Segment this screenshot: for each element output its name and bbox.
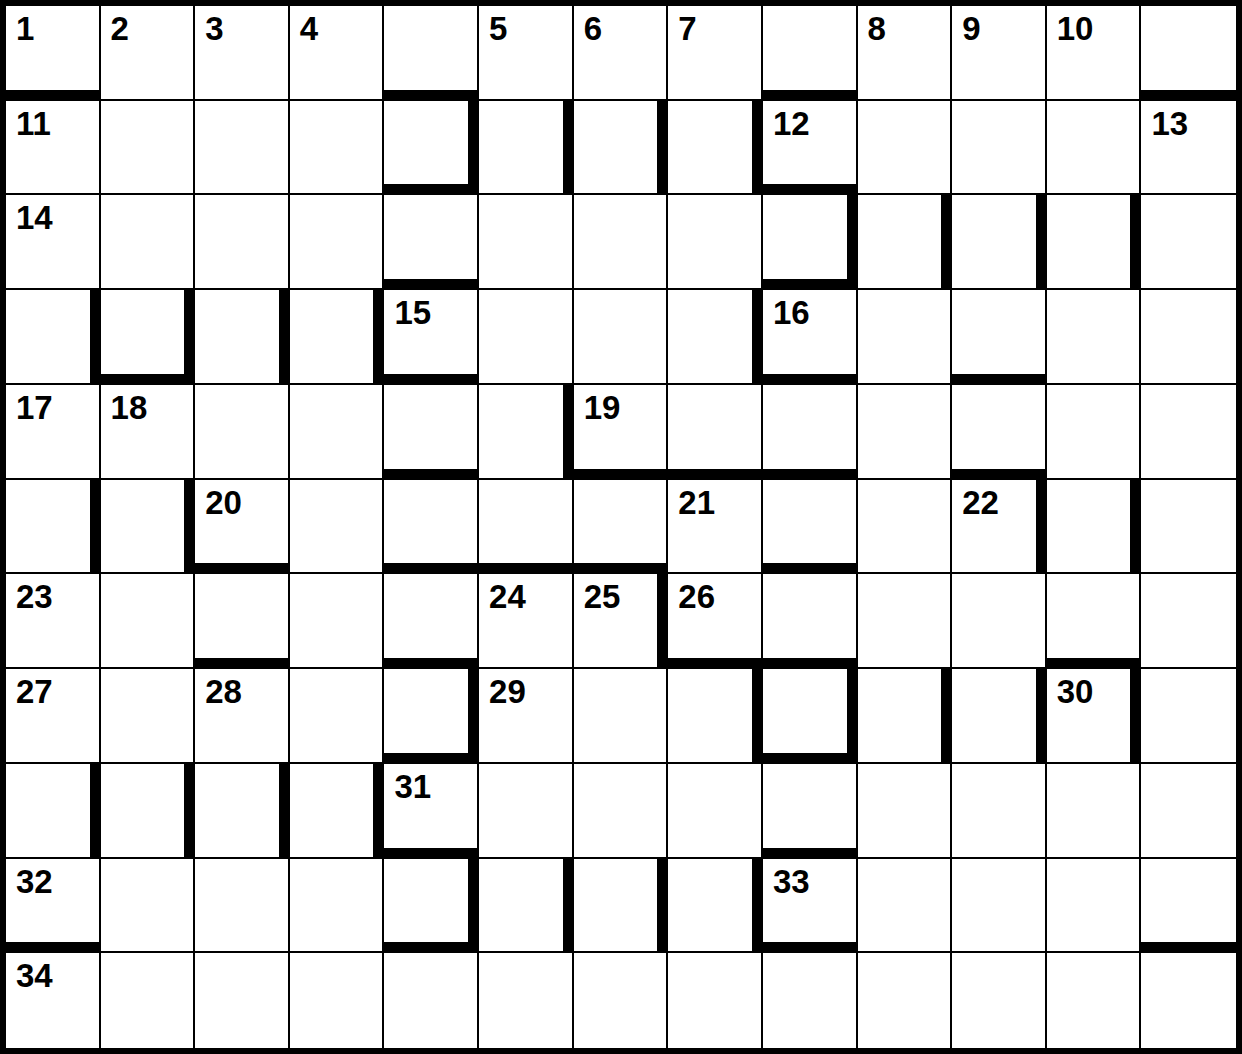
- cell-r2c7[interactable]: [574, 101, 669, 196]
- clue-number: 31: [394, 770, 431, 803]
- cell-r1c7[interactable]: 6: [574, 6, 669, 101]
- cell-r10c1[interactable]: 32: [6, 859, 101, 954]
- clue-number: 10: [1057, 12, 1094, 45]
- cell-r11c3[interactable]: [195, 953, 290, 1048]
- crossword-grid: 1234567891011121314151617181920212223242…: [0, 0, 1242, 1054]
- cell-r7c8[interactable]: 26: [668, 574, 763, 669]
- cell-r5c6[interactable]: [479, 385, 574, 480]
- cell-r8c5[interactable]: [384, 669, 479, 764]
- clue-number: 33: [773, 865, 810, 898]
- clue-number: 34: [16, 959, 53, 992]
- clue-number: 25: [584, 580, 621, 613]
- cell-r3c1[interactable]: 14: [6, 195, 101, 290]
- cell-r3c5[interactable]: [384, 195, 479, 290]
- cell-r4c9[interactable]: 16: [763, 290, 858, 385]
- cell-r7c1[interactable]: 23: [6, 574, 101, 669]
- clue-number: 18: [111, 391, 148, 424]
- cell-r6c3[interactable]: 20: [195, 480, 290, 575]
- cell-r2c5[interactable]: [384, 101, 479, 196]
- clue-number: 20: [205, 486, 242, 519]
- cell-r8c9[interactable]: [763, 669, 858, 764]
- cell-r1c10[interactable]: 8: [858, 6, 953, 101]
- clue-number: 12: [773, 107, 810, 140]
- cell-r10c2[interactable]: [101, 859, 196, 954]
- cell-r10c3[interactable]: [195, 859, 290, 954]
- cell-r3c9[interactable]: [763, 195, 858, 290]
- cell-r10c10[interactable]: [858, 859, 953, 954]
- cell-r5c2[interactable]: 18: [101, 385, 196, 480]
- cell-r3c12[interactable]: [1047, 195, 1142, 290]
- cell-r5c5[interactable]: [384, 385, 479, 480]
- cell-r6c4[interactable]: [290, 480, 385, 575]
- cell-r5c7[interactable]: 19: [574, 385, 669, 480]
- cell-r8c11[interactable]: [952, 669, 1047, 764]
- cell-r2c6[interactable]: [479, 101, 574, 196]
- cell-r9c5[interactable]: 31: [384, 764, 479, 859]
- cell-r4c1[interactable]: [6, 290, 101, 385]
- cell-r5c3[interactable]: [195, 385, 290, 480]
- clue-number: 22: [962, 486, 999, 519]
- cell-r9c7[interactable]: [574, 764, 669, 859]
- cell-r11c1[interactable]: 34: [6, 953, 101, 1048]
- clue-number: 23: [16, 580, 53, 613]
- cell-r8c8[interactable]: [668, 669, 763, 764]
- clue-number: 6: [584, 12, 602, 45]
- cell-r8c3[interactable]: 28: [195, 669, 290, 764]
- cell-r4c7[interactable]: [574, 290, 669, 385]
- cell-r7c2[interactable]: [101, 574, 196, 669]
- cell-r5c10[interactable]: [858, 385, 953, 480]
- cell-r4c12[interactable]: [1047, 290, 1142, 385]
- clue-number: 11: [16, 107, 51, 140]
- clue-number: 28: [205, 675, 242, 708]
- cell-r1c8[interactable]: 7: [668, 6, 763, 101]
- cell-r10c5[interactable]: [384, 859, 479, 954]
- cell-r2c12[interactable]: [1047, 101, 1142, 196]
- clue-number: 19: [584, 391, 621, 424]
- cell-r3c11[interactable]: [952, 195, 1047, 290]
- cell-r2c11[interactable]: [952, 101, 1047, 196]
- cell-r5c12[interactable]: [1047, 385, 1142, 480]
- cell-r1c6[interactable]: 5: [479, 6, 574, 101]
- cell-r1c3[interactable]: 3: [195, 6, 290, 101]
- cell-r1c11[interactable]: 9: [952, 6, 1047, 101]
- cell-r1c12[interactable]: 10: [1047, 6, 1142, 101]
- cell-r9c13[interactable]: [1141, 764, 1236, 859]
- cell-r6c10[interactable]: [858, 480, 953, 575]
- cell-r1c9[interactable]: [763, 6, 858, 101]
- cell-r1c5[interactable]: [384, 6, 479, 101]
- cell-r9c9[interactable]: [763, 764, 858, 859]
- cell-r8c13[interactable]: [1141, 669, 1236, 764]
- cell-r9c2[interactable]: [101, 764, 196, 859]
- cell-r2c8[interactable]: [668, 101, 763, 196]
- cell-r3c4[interactable]: [290, 195, 385, 290]
- cell-r7c4[interactable]: [290, 574, 385, 669]
- cell-r3c7[interactable]: [574, 195, 669, 290]
- cell-r1c13[interactable]: [1141, 6, 1236, 101]
- cell-r10c8[interactable]: [668, 859, 763, 954]
- cell-r10c4[interactable]: [290, 859, 385, 954]
- clue-number: 4: [300, 12, 318, 45]
- cell-r7c12[interactable]: [1047, 574, 1142, 669]
- cell-r6c13[interactable]: [1141, 480, 1236, 575]
- clue-number: 1: [16, 12, 34, 45]
- clue-number: 2: [111, 12, 129, 45]
- clue-number: 15: [394, 296, 431, 329]
- cell-r6c9[interactable]: [763, 480, 858, 575]
- cell-r3c6[interactable]: [479, 195, 574, 290]
- cell-r7c9[interactable]: [763, 574, 858, 669]
- clue-number: 21: [678, 486, 715, 519]
- cell-r11c10[interactable]: [858, 953, 953, 1048]
- cell-r11c7[interactable]: [574, 953, 669, 1048]
- cell-r6c6[interactable]: [479, 480, 574, 575]
- cell-r9c10[interactable]: [858, 764, 953, 859]
- cell-r7c7[interactable]: 25: [574, 574, 669, 669]
- clue-number: 27: [16, 675, 53, 708]
- cell-r7c10[interactable]: [858, 574, 953, 669]
- cell-r2c9[interactable]: 12: [763, 101, 858, 196]
- cell-r7c5[interactable]: [384, 574, 479, 669]
- cell-r2c1[interactable]: 11: [6, 101, 101, 196]
- cell-r4c3[interactable]: [195, 290, 290, 385]
- cell-r6c11[interactable]: 22: [952, 480, 1047, 575]
- cell-r9c1[interactable]: [6, 764, 101, 859]
- cell-r11c9[interactable]: [763, 953, 858, 1048]
- cell-r7c6[interactable]: 24: [479, 574, 574, 669]
- cell-r4c8[interactable]: [668, 290, 763, 385]
- clue-number: 9: [962, 12, 980, 45]
- cell-r4c13[interactable]: [1141, 290, 1236, 385]
- cell-r10c13[interactable]: [1141, 859, 1236, 954]
- cell-r7c3[interactable]: [195, 574, 290, 669]
- cell-r4c10[interactable]: [858, 290, 953, 385]
- cell-r1c1[interactable]: 1: [6, 6, 101, 101]
- cell-r6c8[interactable]: 21: [668, 480, 763, 575]
- cell-r11c11[interactable]: [952, 953, 1047, 1048]
- cell-r4c4[interactable]: [290, 290, 385, 385]
- cell-r8c1[interactable]: 27: [6, 669, 101, 764]
- cell-r6c5[interactable]: [384, 480, 479, 575]
- cell-r11c4[interactable]: [290, 953, 385, 1048]
- cell-r9c3[interactable]: [195, 764, 290, 859]
- clue-number: 13: [1151, 107, 1188, 140]
- cell-r8c7[interactable]: [574, 669, 669, 764]
- cell-r10c7[interactable]: [574, 859, 669, 954]
- clue-number: 32: [16, 865, 53, 898]
- cell-r3c8[interactable]: [668, 195, 763, 290]
- cell-r7c11[interactable]: [952, 574, 1047, 669]
- cell-r11c13[interactable]: [1141, 953, 1236, 1048]
- cell-r2c3[interactable]: [195, 101, 290, 196]
- cell-r6c7[interactable]: [574, 480, 669, 575]
- cell-r11c2[interactable]: [101, 953, 196, 1048]
- cell-r3c2[interactable]: [101, 195, 196, 290]
- cell-r1c4[interactable]: 4: [290, 6, 385, 101]
- clue-number: 30: [1057, 675, 1094, 708]
- cell-r4c11[interactable]: [952, 290, 1047, 385]
- cell-r2c10[interactable]: [858, 101, 953, 196]
- clue-number: 26: [678, 580, 715, 613]
- cell-r8c4[interactable]: [290, 669, 385, 764]
- cell-r2c13[interactable]: 13: [1141, 101, 1236, 196]
- clue-number: 14: [16, 201, 53, 234]
- cell-r1c2[interactable]: 2: [101, 6, 196, 101]
- cell-r6c1[interactable]: [6, 480, 101, 575]
- cell-r8c12[interactable]: 30: [1047, 669, 1142, 764]
- cell-r2c4[interactable]: [290, 101, 385, 196]
- clue-number: 5: [489, 12, 507, 45]
- clue-number: 24: [489, 580, 526, 613]
- clue-number: 8: [868, 12, 886, 45]
- cell-r8c10[interactable]: [858, 669, 953, 764]
- cell-r6c2[interactable]: [101, 480, 196, 575]
- cell-r11c6[interactable]: [479, 953, 574, 1048]
- cell-r5c13[interactable]: [1141, 385, 1236, 480]
- cell-r11c5[interactable]: [384, 953, 479, 1048]
- cell-r4c6[interactable]: [479, 290, 574, 385]
- cell-r10c9[interactable]: 33: [763, 859, 858, 954]
- cell-r9c8[interactable]: [668, 764, 763, 859]
- cell-r5c9[interactable]: [763, 385, 858, 480]
- cell-r10c12[interactable]: [1047, 859, 1142, 954]
- cell-r4c2[interactable]: [101, 290, 196, 385]
- cell-r5c4[interactable]: [290, 385, 385, 480]
- cell-r10c6[interactable]: [479, 859, 574, 954]
- cell-r9c11[interactable]: [952, 764, 1047, 859]
- cell-r11c8[interactable]: [668, 953, 763, 1048]
- cell-r11c12[interactable]: [1047, 953, 1142, 1048]
- cell-r2c2[interactable]: [101, 101, 196, 196]
- clue-number: 17: [16, 391, 53, 424]
- cell-r9c12[interactable]: [1047, 764, 1142, 859]
- cell-r8c2[interactable]: [101, 669, 196, 764]
- clue-number: 7: [678, 12, 696, 45]
- cell-r9c4[interactable]: [290, 764, 385, 859]
- clue-number: 3: [205, 12, 223, 45]
- cell-r8c6[interactable]: 29: [479, 669, 574, 764]
- cell-r3c3[interactable]: [195, 195, 290, 290]
- cell-r10c11[interactable]: [952, 859, 1047, 954]
- cell-r9c6[interactable]: [479, 764, 574, 859]
- cell-r4c5[interactable]: 15: [384, 290, 479, 385]
- cell-r3c13[interactable]: [1141, 195, 1236, 290]
- cell-r3c10[interactable]: [858, 195, 953, 290]
- cell-r5c1[interactable]: 17: [6, 385, 101, 480]
- cell-r5c11[interactable]: [952, 385, 1047, 480]
- cell-r6c12[interactable]: [1047, 480, 1142, 575]
- clue-number: 16: [773, 296, 810, 329]
- cell-r5c8[interactable]: [668, 385, 763, 480]
- clue-number: 29: [489, 675, 526, 708]
- cell-r7c13[interactable]: [1141, 574, 1236, 669]
